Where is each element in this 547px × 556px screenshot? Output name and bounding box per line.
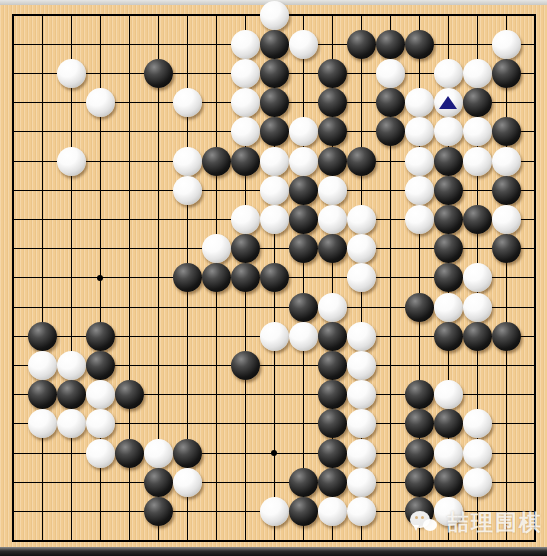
black-stone (231, 351, 260, 380)
black-stone (318, 88, 347, 117)
white-stone (434, 293, 463, 322)
white-stone (57, 147, 86, 176)
black-stone (173, 439, 202, 468)
black-stone (86, 351, 115, 380)
black-stone (318, 59, 347, 88)
white-stone (434, 117, 463, 146)
black-stone (463, 205, 492, 234)
black-stone (492, 322, 521, 351)
grid-line (534, 14, 536, 542)
black-stone (231, 263, 260, 292)
watermark: 喆理围棋 (410, 508, 543, 538)
black-stone (347, 30, 376, 59)
black-stone (492, 176, 521, 205)
black-stone (289, 497, 318, 526)
black-stone (144, 497, 173, 526)
grid-line (303, 14, 304, 542)
white-stone (405, 205, 434, 234)
white-stone (492, 205, 521, 234)
black-stone (405, 30, 434, 59)
white-stone (260, 322, 289, 351)
black-stone (434, 263, 463, 292)
black-stone (434, 409, 463, 438)
white-stone (260, 1, 289, 30)
white-stone (347, 322, 376, 351)
white-stone (405, 88, 434, 117)
white-stone (231, 205, 260, 234)
white-stone (260, 205, 289, 234)
white-stone (492, 30, 521, 59)
white-stone (144, 439, 173, 468)
white-stone (463, 468, 492, 497)
white-stone (202, 234, 231, 263)
bottom-border-bar (0, 547, 547, 556)
black-stone (144, 468, 173, 497)
white-stone (86, 380, 115, 409)
white-stone (463, 409, 492, 438)
black-stone (434, 234, 463, 263)
black-stone (318, 439, 347, 468)
white-stone (173, 147, 202, 176)
white-stone (86, 409, 115, 438)
black-stone (405, 409, 434, 438)
black-stone (202, 147, 231, 176)
white-stone (463, 263, 492, 292)
black-stone (289, 468, 318, 497)
white-stone (434, 380, 463, 409)
white-stone (289, 117, 318, 146)
grid-line (12, 14, 14, 542)
white-stone (57, 59, 86, 88)
white-stone (231, 59, 260, 88)
black-stone (289, 293, 318, 322)
white-stone (405, 117, 434, 146)
black-stone (405, 380, 434, 409)
white-stone (231, 30, 260, 59)
black-stone (376, 88, 405, 117)
wechat-bubble-small (423, 519, 437, 531)
black-stone (289, 176, 318, 205)
black-stone (231, 147, 260, 176)
wechat-bubble-eye (421, 516, 424, 519)
white-stone (86, 439, 115, 468)
white-stone (405, 176, 434, 205)
black-stone (260, 263, 289, 292)
black-stone (260, 59, 289, 88)
white-stone (173, 176, 202, 205)
black-stone (376, 30, 405, 59)
black-stone (463, 88, 492, 117)
white-stone (463, 117, 492, 146)
white-stone (434, 59, 463, 88)
white-stone (347, 409, 376, 438)
screenshot-root: 喆理围棋 (0, 0, 547, 556)
wechat-logo-icon (410, 508, 440, 538)
white-stone (405, 147, 434, 176)
black-stone (115, 439, 144, 468)
grid-line (506, 14, 507, 542)
black-stone (318, 380, 347, 409)
black-stone (318, 322, 347, 351)
white-stone (260, 147, 289, 176)
black-stone (289, 205, 318, 234)
white-stone (434, 439, 463, 468)
black-stone (405, 439, 434, 468)
black-stone (260, 88, 289, 117)
white-stone (463, 293, 492, 322)
black-stone (318, 468, 347, 497)
watermark-text: 喆理围棋 (447, 508, 543, 538)
black-stone (434, 176, 463, 205)
white-stone (492, 147, 521, 176)
go-board (0, 0, 547, 556)
white-stone (173, 88, 202, 117)
white-stone (463, 59, 492, 88)
grid-line (71, 14, 72, 542)
wechat-bubble-eye (415, 516, 418, 519)
grid-line (42, 14, 43, 542)
white-stone (260, 497, 289, 526)
star-point (271, 450, 277, 456)
white-stone (57, 351, 86, 380)
white-stone (347, 234, 376, 263)
white-stone (86, 88, 115, 117)
black-stone (318, 117, 347, 146)
last-move-triangle-marker (439, 96, 457, 109)
white-stone (173, 468, 202, 497)
white-stone (347, 439, 376, 468)
white-stone (463, 439, 492, 468)
white-stone (376, 59, 405, 88)
white-stone (347, 468, 376, 497)
white-stone (28, 409, 57, 438)
white-stone (347, 263, 376, 292)
white-stone (57, 409, 86, 438)
black-stone (260, 117, 289, 146)
black-stone (28, 380, 57, 409)
white-stone (347, 351, 376, 380)
black-stone (376, 117, 405, 146)
black-stone (492, 234, 521, 263)
white-stone (318, 293, 347, 322)
black-stone (318, 147, 347, 176)
white-stone (318, 176, 347, 205)
star-point (97, 275, 103, 281)
black-stone (492, 117, 521, 146)
black-stone (492, 59, 521, 88)
black-stone (405, 293, 434, 322)
black-stone (231, 234, 260, 263)
white-stone (463, 147, 492, 176)
black-stone (318, 351, 347, 380)
black-stone (405, 468, 434, 497)
black-stone (144, 59, 173, 88)
black-stone (86, 322, 115, 351)
white-stone (347, 380, 376, 409)
black-stone (289, 234, 318, 263)
white-stone (231, 88, 260, 117)
black-stone (28, 322, 57, 351)
black-stone (434, 205, 463, 234)
white-stone (318, 205, 347, 234)
black-stone (347, 147, 376, 176)
white-stone (28, 351, 57, 380)
black-stone (115, 380, 144, 409)
white-stone (289, 147, 318, 176)
black-stone (57, 380, 86, 409)
black-stone (260, 30, 289, 59)
black-stone (318, 409, 347, 438)
white-stone (231, 117, 260, 146)
white-stone (318, 497, 347, 526)
white-stone (289, 30, 318, 59)
white-stone (289, 322, 318, 351)
white-stone (347, 497, 376, 526)
black-stone (434, 147, 463, 176)
white-stone (260, 176, 289, 205)
black-stone (434, 468, 463, 497)
black-stone (202, 263, 231, 292)
black-stone (434, 322, 463, 351)
black-stone (318, 234, 347, 263)
black-stone (173, 263, 202, 292)
black-stone (463, 322, 492, 351)
white-stone (347, 205, 376, 234)
